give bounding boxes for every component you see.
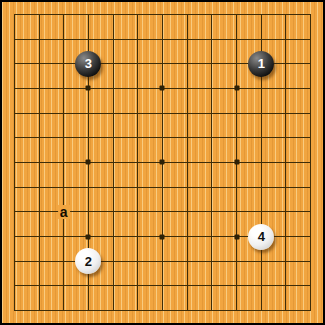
star-point: [234, 160, 239, 165]
intersection[interactable]: [150, 150, 175, 175]
grid-line-v: [137, 175, 138, 200]
intersection[interactable]: [200, 125, 225, 150]
intersection[interactable]: [249, 101, 274, 126]
grid-line-h: [298, 310, 310, 311]
grid-line-v: [137, 14, 138, 26]
intersection[interactable]: [274, 2, 299, 27]
intersection[interactable]: [51, 51, 76, 76]
intersection[interactable]: [125, 101, 150, 126]
intersection[interactable]: [274, 125, 299, 150]
intersection[interactable]: [298, 76, 323, 101]
intersection[interactable]: [27, 175, 52, 200]
grid-line-v: [39, 101, 40, 126]
grid-line-v: [14, 249, 15, 274]
grid-line-v: [187, 125, 188, 150]
grid-line-v: [137, 224, 138, 249]
grid-line-v: [236, 27, 237, 52]
intersection[interactable]: [76, 150, 101, 175]
intersection[interactable]: 2: [76, 249, 101, 274]
intersection[interactable]: [274, 224, 299, 249]
grid-line-v: [187, 175, 188, 200]
grid-line-v: [63, 101, 64, 126]
intersection[interactable]: [51, 2, 76, 27]
grid-line-v: [310, 274, 311, 299]
intersection[interactable]: [175, 27, 200, 52]
intersection[interactable]: [101, 27, 126, 52]
intersection[interactable]: [175, 76, 200, 101]
grid-line-h: [298, 137, 310, 138]
intersection[interactable]: [175, 249, 200, 274]
grid-line-v: [310, 200, 311, 225]
grid-line-v: [137, 298, 138, 310]
grid-line-v: [14, 14, 15, 26]
intersection[interactable]: [224, 200, 249, 225]
grid-line-v: [236, 14, 237, 26]
intersection[interactable]: [224, 51, 249, 76]
intersection[interactable]: [175, 150, 200, 175]
intersection[interactable]: [298, 51, 323, 76]
grid-line-v: [39, 51, 40, 76]
grid-line-v: [14, 298, 15, 310]
intersection[interactable]: 3: [76, 51, 101, 76]
intersection[interactable]: [150, 298, 175, 323]
intersection[interactable]: a: [51, 200, 76, 225]
intersection[interactable]: [101, 298, 126, 323]
intersection[interactable]: [274, 76, 299, 101]
grid-line-v: [39, 200, 40, 225]
intersection[interactable]: [125, 200, 150, 225]
intersection[interactable]: [27, 249, 52, 274]
grid-line-v: [211, 224, 212, 249]
intersection[interactable]: [51, 101, 76, 126]
intersection[interactable]: [249, 274, 274, 299]
grid-line-h: [14, 88, 26, 89]
grid-line-h: [14, 14, 26, 15]
grid-line-v: [88, 27, 89, 52]
grid-line-v: [63, 51, 64, 76]
grid-line-v: [63, 125, 64, 150]
grid-line-v: [88, 274, 89, 299]
grid-line-v: [187, 76, 188, 101]
intersection[interactable]: [224, 175, 249, 200]
white-stone: 2: [75, 248, 101, 274]
intersection[interactable]: [150, 125, 175, 150]
grid-line-v: [211, 14, 212, 26]
intersection[interactable]: [249, 76, 274, 101]
intersection[interactable]: [125, 150, 150, 175]
intersection[interactable]: [200, 175, 225, 200]
intersection[interactable]: [200, 274, 225, 299]
intersection[interactable]: [298, 125, 323, 150]
intersection[interactable]: [200, 76, 225, 101]
grid-line-v: [113, 298, 114, 310]
intersection[interactable]: [125, 224, 150, 249]
intersection[interactable]: [224, 274, 249, 299]
intersection[interactable]: [249, 249, 274, 274]
grid-line-h: [14, 236, 26, 237]
intersection[interactable]: [27, 274, 52, 299]
grid-line-v: [14, 274, 15, 299]
intersection[interactable]: [76, 27, 101, 52]
intersection[interactable]: [76, 76, 101, 101]
grid-line-v: [39, 14, 40, 26]
intersection[interactable]: [76, 125, 101, 150]
star-point: [160, 86, 165, 91]
intersection[interactable]: [274, 51, 299, 76]
intersection[interactable]: [224, 76, 249, 101]
intersection[interactable]: [2, 249, 27, 274]
intersection[interactable]: [125, 274, 150, 299]
intersection[interactable]: [125, 125, 150, 150]
intersection[interactable]: [51, 150, 76, 175]
intersection[interactable]: [125, 249, 150, 274]
grid-line-v: [113, 51, 114, 76]
intersection[interactable]: [200, 200, 225, 225]
intersection[interactable]: [224, 249, 249, 274]
grid-line-h: [298, 261, 310, 262]
grid-line-v: [113, 274, 114, 299]
intersection[interactable]: [76, 175, 101, 200]
intersection[interactable]: [150, 274, 175, 299]
grid-line-v: [236, 298, 237, 310]
intersection[interactable]: [76, 200, 101, 225]
intersection[interactable]: [2, 76, 27, 101]
grid-line-v: [187, 200, 188, 225]
grid-line-v: [310, 175, 311, 200]
intersection[interactable]: [200, 101, 225, 126]
grid-line-h: [14, 211, 26, 212]
intersection[interactable]: [224, 298, 249, 323]
grid-line-v: [236, 274, 237, 299]
intersection[interactable]: [76, 101, 101, 126]
grid-line-v: [137, 125, 138, 150]
grid-line-v: [310, 150, 311, 175]
intersection[interactable]: [150, 27, 175, 52]
intersection[interactable]: [125, 51, 150, 76]
grid-line-v: [63, 76, 64, 101]
intersection[interactable]: [150, 200, 175, 225]
intersection[interactable]: [27, 298, 52, 323]
intersection[interactable]: [298, 274, 323, 299]
grid-line-v: [187, 274, 188, 299]
grid-line-v: [63, 274, 64, 299]
intersection[interactable]: [101, 150, 126, 175]
intersection[interactable]: [27, 200, 52, 225]
grid-line-v: [261, 150, 262, 175]
intersection[interactable]: [200, 298, 225, 323]
intersection[interactable]: [224, 224, 249, 249]
intersection[interactable]: [298, 175, 323, 200]
intersection[interactable]: [27, 27, 52, 52]
intersection[interactable]: [27, 150, 52, 175]
grid-line-v: [261, 274, 262, 299]
grid-line-v: [162, 249, 163, 274]
intersection[interactable]: [101, 249, 126, 274]
grid-line-v: [187, 27, 188, 52]
star-point: [234, 86, 239, 91]
grid-line-v: [236, 101, 237, 126]
intersection[interactable]: [200, 51, 225, 76]
intersection[interactable]: [27, 2, 52, 27]
intersection[interactable]: [2, 27, 27, 52]
intersection[interactable]: [51, 274, 76, 299]
grid-line-h: [298, 39, 310, 40]
intersection[interactable]: [298, 298, 323, 323]
intersection[interactable]: [298, 101, 323, 126]
grid-line-v: [14, 27, 15, 52]
grid-line-h: [298, 162, 310, 163]
intersection[interactable]: [2, 175, 27, 200]
intersection[interactable]: [51, 125, 76, 150]
grid-line-v: [113, 200, 114, 225]
grid-line-v: [88, 298, 89, 310]
grid-line-v: [137, 200, 138, 225]
intersection[interactable]: [51, 175, 76, 200]
intersection[interactable]: [101, 76, 126, 101]
intersection[interactable]: [175, 298, 200, 323]
intersection[interactable]: [224, 101, 249, 126]
grid-line-h: [298, 187, 310, 188]
grid-line-h: [298, 14, 310, 15]
intersection[interactable]: [298, 224, 323, 249]
intersection[interactable]: [51, 249, 76, 274]
intersection[interactable]: [101, 51, 126, 76]
grid-line-v: [211, 125, 212, 150]
intersection[interactable]: [101, 200, 126, 225]
intersection[interactable]: [51, 76, 76, 101]
grid-line-v: [187, 101, 188, 126]
intersection[interactable]: [101, 101, 126, 126]
grid-line-v: [39, 76, 40, 101]
intersection[interactable]: [150, 51, 175, 76]
intersection[interactable]: [2, 101, 27, 126]
intersection[interactable]: [27, 51, 52, 76]
intersection[interactable]: [175, 51, 200, 76]
grid-line-v: [236, 249, 237, 274]
grid-line-v: [137, 274, 138, 299]
grid-line-v: [285, 224, 286, 249]
intersection[interactable]: [27, 125, 52, 150]
grid-line-v: [236, 125, 237, 150]
intersection[interactable]: [274, 298, 299, 323]
intersection[interactable]: [274, 101, 299, 126]
grid-line-v: [137, 51, 138, 76]
black-stone: 1: [248, 51, 274, 77]
intersection[interactable]: [150, 76, 175, 101]
grid-line-v: [14, 150, 15, 175]
grid-line-v: [63, 224, 64, 249]
point-label: a: [58, 205, 70, 219]
intersection[interactable]: [224, 2, 249, 27]
grid-line-h: [14, 187, 26, 188]
grid-line-v: [113, 101, 114, 126]
intersection[interactable]: [76, 224, 101, 249]
grid-line-v: [88, 175, 89, 200]
grid-line-v: [285, 51, 286, 76]
intersection[interactable]: [249, 150, 274, 175]
intersection[interactable]: [298, 249, 323, 274]
intersection[interactable]: [150, 101, 175, 126]
intersection[interactable]: 4: [249, 224, 274, 249]
intersection[interactable]: [249, 125, 274, 150]
black-stone: 3: [75, 51, 101, 77]
grid-line-v: [211, 101, 212, 126]
intersection[interactable]: [2, 224, 27, 249]
intersection[interactable]: [76, 2, 101, 27]
move-number: 4: [258, 230, 265, 243]
grid-line-v: [14, 76, 15, 101]
intersection[interactable]: [175, 274, 200, 299]
intersection[interactable]: [175, 125, 200, 150]
intersection[interactable]: [274, 150, 299, 175]
intersection[interactable]: [125, 27, 150, 52]
intersection[interactable]: [274, 274, 299, 299]
grid-line-v: [14, 224, 15, 249]
grid-line-v: [14, 175, 15, 200]
intersection[interactable]: [51, 224, 76, 249]
intersection[interactable]: [200, 224, 225, 249]
intersection[interactable]: [101, 2, 126, 27]
intersection[interactable]: [125, 76, 150, 101]
grid-line-v: [285, 101, 286, 126]
star-point: [160, 234, 165, 239]
grid-line-v: [211, 249, 212, 274]
intersection[interactable]: [27, 101, 52, 126]
intersection[interactable]: [125, 2, 150, 27]
grid-line-v: [285, 200, 286, 225]
star-point: [86, 160, 91, 165]
grid-line-v: [39, 27, 40, 52]
intersection[interactable]: [200, 249, 225, 274]
intersection[interactable]: [51, 27, 76, 52]
intersection[interactable]: [101, 125, 126, 150]
intersection[interactable]: [224, 150, 249, 175]
grid-line-v: [211, 298, 212, 310]
intersection[interactable]: [175, 224, 200, 249]
intersection[interactable]: [298, 27, 323, 52]
intersection[interactable]: [76, 298, 101, 323]
grid-line-v: [236, 200, 237, 225]
grid-line-v: [187, 249, 188, 274]
intersection[interactable]: [101, 175, 126, 200]
intersection[interactable]: [51, 298, 76, 323]
intersection[interactable]: [249, 200, 274, 225]
grid-line-v: [162, 14, 163, 26]
grid-line-h: [298, 88, 310, 89]
grid-line-h: [14, 137, 26, 138]
intersection[interactable]: [150, 175, 175, 200]
intersection[interactable]: [2, 125, 27, 150]
grid-line-v: [63, 150, 64, 175]
intersection[interactable]: [76, 274, 101, 299]
intersection[interactable]: [175, 2, 200, 27]
grid-line-h: [14, 113, 26, 114]
intersection[interactable]: [2, 200, 27, 225]
intersection[interactable]: [150, 2, 175, 27]
intersection[interactable]: [2, 51, 27, 76]
grid-line-v: [261, 249, 262, 274]
grid-line-v: [113, 150, 114, 175]
intersection[interactable]: [2, 2, 27, 27]
intersection[interactable]: [27, 224, 52, 249]
intersection[interactable]: [249, 2, 274, 27]
intersection[interactable]: [200, 2, 225, 27]
move-number: 2: [85, 255, 92, 268]
grid-line-v: [310, 298, 311, 310]
intersection[interactable]: [249, 175, 274, 200]
intersection[interactable]: [175, 200, 200, 225]
grid-line-v: [285, 150, 286, 175]
grid-line-v: [162, 298, 163, 310]
grid-line-v: [39, 274, 40, 299]
grid-line-v: [162, 200, 163, 225]
intersection[interactable]: [150, 249, 175, 274]
intersection[interactable]: [298, 200, 323, 225]
grid-line-v: [187, 14, 188, 26]
intersection[interactable]: [224, 125, 249, 150]
intersection[interactable]: [175, 175, 200, 200]
grid-line-v: [14, 51, 15, 76]
intersection[interactable]: [298, 2, 323, 27]
grid-line-v: [137, 76, 138, 101]
intersection[interactable]: [2, 150, 27, 175]
intersection[interactable]: [298, 150, 323, 175]
grid-line-v: [285, 27, 286, 52]
grid-line-v: [162, 125, 163, 150]
grid-line-h: [14, 285, 26, 286]
intersection[interactable]: [200, 150, 225, 175]
intersection[interactable]: 1: [249, 51, 274, 76]
move-number: 1: [258, 57, 265, 70]
intersection[interactable]: [274, 249, 299, 274]
intersection[interactable]: [27, 76, 52, 101]
intersection[interactable]: [249, 27, 274, 52]
grid-line-v: [187, 150, 188, 175]
intersection[interactable]: [224, 27, 249, 52]
intersection[interactable]: [274, 175, 299, 200]
intersection[interactable]: [2, 274, 27, 299]
grid-line-v: [113, 14, 114, 26]
intersection[interactable]: [101, 224, 126, 249]
grid-line-v: [39, 224, 40, 249]
grid-line-v: [39, 249, 40, 274]
grid-line-v: [162, 27, 163, 52]
grid-line-v: [261, 175, 262, 200]
intersection[interactable]: [200, 27, 225, 52]
intersection[interactable]: [274, 200, 299, 225]
intersection[interactable]: [274, 27, 299, 52]
grid-line-v: [310, 27, 311, 52]
grid-line-v: [63, 14, 64, 26]
intersection[interactable]: [125, 298, 150, 323]
grid-line-v: [211, 175, 212, 200]
grid-line-v: [14, 200, 15, 225]
grid-line-v: [187, 298, 188, 310]
grid-line-v: [285, 14, 286, 26]
grid-line-h: [298, 113, 310, 114]
intersection[interactable]: [249, 298, 274, 323]
intersection[interactable]: [125, 175, 150, 200]
grid-line-v: [261, 125, 262, 150]
intersection[interactable]: [101, 274, 126, 299]
grid-line-v: [261, 298, 262, 310]
intersection[interactable]: [150, 224, 175, 249]
intersection[interactable]: [2, 298, 27, 323]
grid-line-v: [236, 51, 237, 76]
intersection[interactable]: [175, 101, 200, 126]
grid-line-v: [211, 150, 212, 175]
grid-line-v: [113, 249, 114, 274]
